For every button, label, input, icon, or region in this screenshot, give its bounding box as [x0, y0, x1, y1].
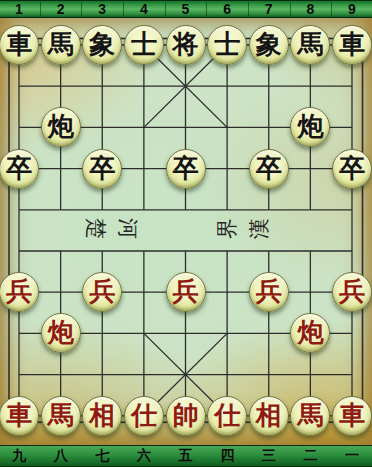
piece-red-horse[interactable]: 馬 [41, 396, 81, 436]
piece-glyph: 卒 [89, 156, 115, 182]
coordinate-label-八: 八 [41, 446, 81, 466]
piece-black-elephant[interactable]: 象 [82, 25, 122, 65]
piece-glyph: 卒 [173, 156, 199, 182]
coordinate-label-5: 5 [166, 1, 206, 17]
river-character: 漢 [249, 218, 270, 239]
piece-black-general[interactable]: 将 [166, 25, 206, 65]
board-grid-lines [0, 18, 372, 445]
piece-red-soldier[interactable]: 兵 [249, 272, 289, 312]
river-label-han-jie: 界漢 [217, 218, 270, 239]
piece-glyph: 卒 [339, 156, 365, 182]
coordinate-label-九: 九 [0, 446, 39, 466]
piece-black-soldier[interactable]: 卒 [332, 149, 372, 189]
piece-glyph: 車 [6, 32, 32, 58]
piece-glyph: 馬 [297, 403, 323, 429]
piece-red-chariot[interactable]: 車 [0, 396, 39, 436]
piece-black-advisor[interactable]: 士 [124, 25, 164, 65]
piece-glyph: 兵 [6, 279, 32, 305]
strip-separator [165, 2, 166, 16]
piece-glyph: 馬 [48, 403, 74, 429]
piece-glyph: 象 [256, 32, 282, 58]
xiangqi-app: 123456789 楚河 界漢 車馬象士将士象馬車炮炮卒卒卒卒卒兵兵兵兵兵炮炮車… [0, 0, 372, 467]
piece-glyph: 炮 [297, 114, 323, 140]
piece-red-chariot[interactable]: 車 [332, 396, 372, 436]
coordinate-label-7: 7 [249, 1, 289, 17]
river-character: 界 [217, 218, 238, 239]
river-label-chu-he: 楚河 [85, 218, 138, 239]
piece-glyph: 相 [89, 403, 115, 429]
coordinate-label-6: 6 [207, 1, 247, 17]
piece-black-cannon[interactable]: 炮 [41, 107, 81, 147]
piece-red-advisor[interactable]: 仕 [124, 396, 164, 436]
piece-glyph: 車 [6, 403, 32, 429]
piece-glyph: 兵 [173, 279, 199, 305]
piece-glyph: 車 [339, 403, 365, 429]
piece-glyph: 炮 [48, 320, 74, 346]
piece-black-soldier[interactable]: 卒 [166, 149, 206, 189]
coordinate-label-9: 9 [332, 1, 372, 17]
river-character: 楚 [85, 218, 106, 239]
piece-black-soldier[interactable]: 卒 [249, 149, 289, 189]
strip-separator [206, 2, 207, 16]
strip-separator [290, 2, 291, 16]
piece-red-horse[interactable]: 馬 [290, 396, 330, 436]
strip-separator [331, 2, 332, 16]
piece-red-soldier[interactable]: 兵 [332, 272, 372, 312]
piece-red-cannon[interactable]: 炮 [41, 313, 81, 353]
strip-separator [40, 2, 41, 16]
piece-red-general[interactable]: 帥 [166, 396, 206, 436]
bottom-coordinate-strip: 九八七六五四三二一 [0, 445, 372, 467]
piece-black-soldier[interactable]: 卒 [82, 149, 122, 189]
piece-glyph: 象 [89, 32, 115, 58]
piece-glyph: 兵 [339, 279, 365, 305]
coordinate-label-8: 8 [290, 1, 330, 17]
piece-glyph: 士 [214, 32, 240, 58]
piece-glyph: 炮 [48, 114, 74, 140]
piece-black-horse[interactable]: 馬 [41, 25, 81, 65]
coordinate-label-二: 二 [290, 446, 330, 466]
strip-separator [248, 2, 249, 16]
river-character: 河 [117, 218, 138, 239]
piece-glyph: 馬 [297, 32, 323, 58]
piece-red-advisor[interactable]: 仕 [207, 396, 247, 436]
coordinate-label-1: 1 [0, 1, 39, 17]
piece-black-advisor[interactable]: 士 [207, 25, 247, 65]
top-coordinate-strip: 123456789 [0, 0, 372, 18]
piece-red-elephant[interactable]: 相 [249, 396, 289, 436]
piece-red-elephant[interactable]: 相 [82, 396, 122, 436]
piece-glyph: 車 [339, 32, 365, 58]
piece-glyph: 仕 [214, 403, 240, 429]
piece-glyph: 将 [173, 32, 199, 58]
piece-glyph: 相 [256, 403, 282, 429]
piece-red-soldier[interactable]: 兵 [166, 272, 206, 312]
coordinate-label-五: 五 [166, 446, 206, 466]
piece-glyph: 兵 [89, 279, 115, 305]
coordinate-label-3: 3 [82, 1, 122, 17]
xiangqi-board[interactable]: 楚河 界漢 車馬象士将士象馬車炮炮卒卒卒卒卒兵兵兵兵兵炮炮車馬相仕帥仕相馬車 [0, 18, 372, 445]
piece-glyph: 士 [131, 32, 157, 58]
piece-glyph: 兵 [256, 279, 282, 305]
coordinate-label-七: 七 [82, 446, 122, 466]
coordinate-label-一: 一 [332, 446, 372, 466]
coordinate-label-四: 四 [207, 446, 247, 466]
piece-glyph: 帥 [173, 403, 199, 429]
coordinate-label-三: 三 [249, 446, 289, 466]
strip-separator [81, 2, 82, 16]
piece-black-chariot[interactable]: 車 [332, 25, 372, 65]
piece-glyph: 馬 [48, 32, 74, 58]
piece-black-soldier[interactable]: 卒 [0, 149, 39, 189]
coordinate-label-4: 4 [124, 1, 164, 17]
coordinate-label-六: 六 [124, 446, 164, 466]
piece-glyph: 卒 [256, 156, 282, 182]
piece-glyph: 仕 [131, 403, 157, 429]
piece-glyph: 炮 [297, 320, 323, 346]
coordinate-label-2: 2 [41, 1, 81, 17]
piece-black-elephant[interactable]: 象 [249, 25, 289, 65]
piece-black-chariot[interactable]: 車 [0, 25, 39, 65]
piece-glyph: 卒 [6, 156, 32, 182]
strip-separator [123, 2, 124, 16]
